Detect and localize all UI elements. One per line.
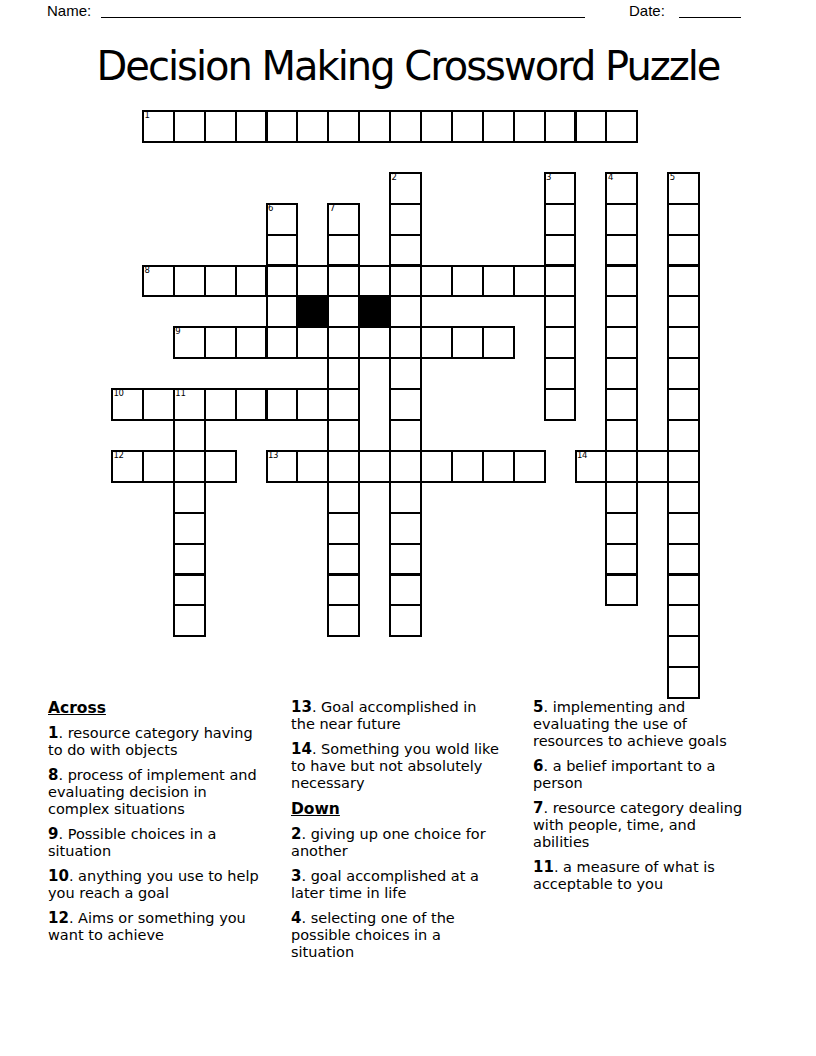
crossword-grid: 1234567891011121314 [111,110,701,700]
grid-cell[interactable] [667,388,700,421]
grid-cell[interactable] [513,110,546,143]
grid-cell[interactable] [667,357,700,390]
grid-cell[interactable] [389,604,422,637]
grid-cell[interactable] [296,265,329,298]
grid-cell[interactable] [266,110,299,143]
grid-cell[interactable] [667,450,700,483]
grid-cell[interactable] [173,481,206,514]
grid-cell[interactable] [389,543,422,576]
grid-cell[interactable] [544,234,577,267]
clue-item-14: 14. Something you wold like to have but … [291,741,503,793]
clue-item-number: 3 [291,867,301,885]
clue-item-13: 13. Goal accomplished in the near future [291,699,503,733]
grid-cell[interactable] [296,326,329,359]
grid-cell[interactable] [204,110,237,143]
clue-number: 2 [392,173,397,182]
clue-item-number: 5 [533,698,543,716]
grid-cell[interactable] [327,450,360,483]
clue-item-number: 8 [48,766,58,784]
grid-cell[interactable] [667,481,700,514]
clue-item-number: 6 [533,757,543,775]
date-blank-line[interactable] [679,17,741,18]
grid-cell[interactable] [173,512,206,545]
clue-number: 14 [577,451,587,460]
grid-cell[interactable] [482,110,515,143]
clue-item-9: 9. Possible choices in a situation [48,826,260,860]
grid-cell[interactable] [667,574,700,607]
clue-item-7: 7. resource category dealing with people… [533,800,755,852]
grid-cell[interactable] [605,543,638,576]
grid-cell[interactable] [327,574,360,607]
grid-cell[interactable] [420,450,453,483]
grid-cell[interactable] [358,110,391,143]
grid-cell[interactable] [173,450,206,483]
clue-number: 10 [114,389,124,398]
clue-item-2: 2. giving up one choice for another [291,826,503,860]
clue-number: 8 [144,266,149,275]
grid-cell[interactable] [327,512,360,545]
grid-cell[interactable] [389,388,422,421]
grid-cell[interactable] [142,388,175,421]
clue-number: 5 [670,173,675,182]
clue-number: 3 [546,173,551,182]
across-header: Across [48,699,260,717]
clue-number: 6 [268,204,273,213]
grid-cell[interactable] [327,234,360,267]
grid-cell[interactable] [389,234,422,267]
grid-cell[interactable] [266,265,299,298]
grid-cell[interactable] [605,265,638,298]
grid-cell[interactable] [327,481,360,514]
grid-cell[interactable] [482,326,515,359]
grid-cell[interactable] [513,265,546,298]
grid-cell[interactable] [667,604,700,637]
grid-cell[interactable] [327,265,360,298]
clue-item-4: 4. selecting one of the possible choices… [291,910,503,962]
grid-cell[interactable] [389,574,422,607]
grid-cell[interactable] [327,604,360,637]
clue-item-6: 6. a belief important to a person [533,758,755,792]
grid-cell[interactable] [296,388,329,421]
clue-item-number: 14 [291,740,312,758]
clue-item-number: 10 [48,867,69,885]
grid-cell[interactable] [296,110,329,143]
black-cell [296,295,329,328]
grid-cell[interactable] [327,295,360,328]
date-label: Date: [629,2,665,19]
grid-cell[interactable] [605,419,638,452]
grid-cell[interactable] [173,574,206,607]
grid-cell[interactable] [667,326,700,359]
grid-cell[interactable] [544,388,577,421]
grid-cell[interactable] [235,326,268,359]
grid-cell[interactable] [296,450,329,483]
name-label: Name: [47,2,91,19]
grid-cell[interactable] [420,265,453,298]
clue-item-number: 11 [533,858,554,876]
grid-cell[interactable] [482,265,515,298]
grid-cell[interactable] [173,110,206,143]
grid-cell[interactable] [327,357,360,390]
grid-cell[interactable] [327,388,360,421]
grid-cell[interactable] [389,203,422,236]
grid-cell[interactable] [389,512,422,545]
grid-cell[interactable] [667,543,700,576]
grid-cell[interactable] [389,295,422,328]
grid-cell[interactable] [544,265,577,298]
grid-cell[interactable] [482,450,515,483]
clue-item-number: 4 [291,909,301,927]
grid-cell[interactable] [605,357,638,390]
clue-item-12: 12. Aims or something you want to achiev… [48,910,260,944]
grid-cell[interactable] [575,110,608,143]
clue-number: 12 [114,451,124,460]
grid-cell[interactable] [544,203,577,236]
grid-cell[interactable] [173,419,206,452]
grid-cell[interactable] [420,326,453,359]
grid-cell[interactable] [358,265,391,298]
grid-cell[interactable] [420,110,453,143]
clue-number: 11 [175,389,185,398]
grid-cell[interactable] [204,388,237,421]
clue-item-11: 11. a measure of what is acceptable to y… [533,859,755,893]
black-cell [358,295,391,328]
clue-column-middle: 13. Goal accomplished in the near future… [291,699,503,969]
grid-cell[interactable] [451,265,484,298]
grid-cell[interactable] [266,295,299,328]
clue-item-number: 12 [48,909,69,927]
grid-cell[interactable] [605,326,638,359]
down-header: Down [291,800,503,818]
grid-cell[interactable] [142,450,175,483]
grid-cell[interactable] [451,450,484,483]
clue-column-right: 5. implementing and evaluating the use o… [533,699,755,901]
worksheet-page: Name: Date: Decision Making Crossword Pu… [0,0,816,1056]
grid-cell[interactable] [266,326,299,359]
grid-cell[interactable] [605,203,638,236]
grid-cell[interactable] [327,419,360,452]
grid-cell[interactable] [204,326,237,359]
clue-number: 4 [608,173,613,182]
grid-cell[interactable] [389,357,422,390]
grid-cell[interactable] [358,326,391,359]
grid-cell[interactable] [605,450,638,483]
clue-number: 9 [175,327,180,336]
grid-cell[interactable] [327,326,360,359]
grid-cell[interactable] [667,203,700,236]
grid-cell[interactable] [389,110,422,143]
grid-cell[interactable] [389,419,422,452]
clue-item-5: 5. implementing and evaluating the use o… [533,699,755,751]
grid-cell[interactable] [204,265,237,298]
grid-cell[interactable] [544,295,577,328]
grid-cell[interactable] [605,574,638,607]
clue-number: 7 [330,204,335,213]
grid-cell[interactable] [544,357,577,390]
grid-cell[interactable] [389,326,422,359]
grid-cell[interactable] [667,295,700,328]
clue-item-number: 13 [291,698,312,716]
clue-number: 13 [268,451,278,460]
grid-cell[interactable] [667,234,700,267]
grid-cell[interactable] [605,234,638,267]
grid-cell[interactable] [605,512,638,545]
page-title: Decision Making Crossword Puzzle [0,42,816,90]
grid-cell[interactable] [266,388,299,421]
clue-item-number: 2 [291,825,301,843]
grid-cell[interactable] [667,512,700,545]
grid-cell[interactable] [667,635,700,668]
clue-item-8: 8. process of implement and evaluating d… [48,767,260,819]
grid-cell[interactable] [235,388,268,421]
grid-cell[interactable] [636,450,669,483]
grid-cell[interactable] [451,326,484,359]
grid-cell[interactable] [667,265,700,298]
grid-cell[interactable] [266,234,299,267]
grid-cell[interactable] [204,450,237,483]
grid-cell[interactable] [327,110,360,143]
grid-cell[interactable] [173,543,206,576]
grid-cell[interactable] [327,543,360,576]
grid-cell[interactable] [544,326,577,359]
grid-cell[interactable] [358,450,391,483]
grid-cell[interactable] [389,450,422,483]
clue-column-left: Across1. resource category having to do … [48,699,260,952]
grid-cell[interactable] [389,265,422,298]
grid-cell[interactable] [667,666,700,699]
grid-cell[interactable] [544,110,577,143]
grid-cell[interactable] [605,110,638,143]
grid-cell[interactable] [513,450,546,483]
grid-cell[interactable] [173,604,206,637]
grid-cell[interactable] [389,481,422,514]
clue-item-3: 3. goal accomplished at a later time in … [291,868,503,902]
clue-item-1: 1. resource category having to do with o… [48,725,260,759]
grid-cell[interactable] [235,265,268,298]
clue-number: 1 [144,111,149,120]
clue-item-10: 10. anything you use to help you reach a… [48,868,260,902]
grid-cell[interactable] [605,481,638,514]
clue-item-number: 1 [48,724,58,742]
grid-cell[interactable] [235,110,268,143]
grid-cell[interactable] [173,265,206,298]
grid-cell[interactable] [605,388,638,421]
grid-cell[interactable] [451,110,484,143]
grid-cell[interactable] [605,295,638,328]
name-blank-line[interactable] [101,17,585,18]
grid-cell[interactable] [667,419,700,452]
clue-item-number: 9 [48,825,58,843]
clue-item-number: 7 [533,799,543,817]
